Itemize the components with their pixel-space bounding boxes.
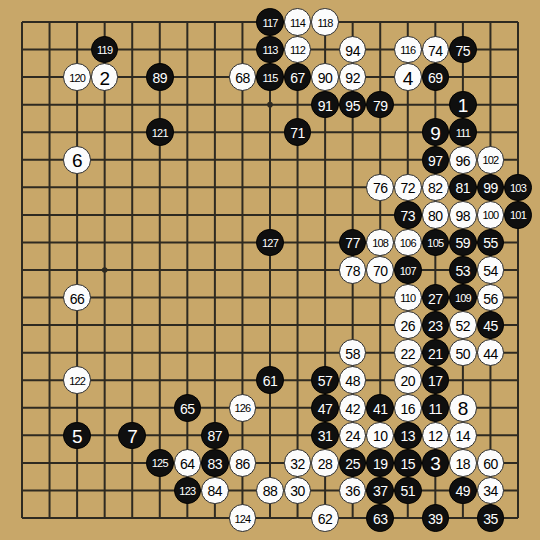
move-number: 102 — [482, 155, 498, 166]
stone-black-117: 117 — [256, 8, 284, 36]
move-number: 50 — [456, 346, 471, 360]
stone-black-15: 15 — [394, 449, 422, 477]
stone-black-9: 9 — [422, 118, 450, 146]
stone-black-41: 41 — [366, 394, 394, 422]
stone-white-20: 20 — [394, 366, 422, 394]
stone-black-49: 49 — [449, 477, 477, 505]
stone-white-102: 102 — [477, 146, 505, 174]
move-number: 98 — [456, 208, 471, 222]
move-number: 94 — [345, 43, 360, 57]
stone-black-103: 103 — [504, 174, 532, 202]
stone-white-50: 50 — [449, 339, 477, 367]
move-number: 47 — [318, 401, 333, 415]
move-number: 113 — [262, 45, 277, 56]
move-number: 100 — [482, 210, 498, 221]
move-number: 120 — [69, 72, 85, 83]
stone-white-116: 116 — [394, 36, 422, 64]
stone-black-111: 111 — [449, 118, 477, 146]
move-number: 58 — [345, 346, 360, 360]
stone-black-109: 109 — [449, 284, 477, 312]
move-number: 5 — [72, 426, 82, 445]
move-number: 118 — [318, 17, 333, 28]
go-board: 1234567891011121314151617181920212223242… — [0, 0, 540, 540]
stone-white-124: 124 — [229, 504, 257, 532]
stone-white-88: 88 — [256, 477, 284, 505]
move-number: 119 — [97, 45, 112, 56]
stone-white-82: 82 — [422, 174, 450, 202]
move-number: 81 — [456, 181, 471, 195]
stone-black-121: 121 — [146, 118, 174, 146]
move-number: 6 — [72, 151, 82, 170]
star-point — [267, 102, 273, 108]
stone-white-32: 32 — [284, 449, 312, 477]
stone-white-118: 118 — [311, 8, 339, 36]
stone-black-11: 11 — [422, 394, 450, 422]
stone-black-61: 61 — [256, 366, 284, 394]
stone-black-47: 47 — [311, 394, 339, 422]
stone-white-68: 68 — [229, 63, 257, 91]
stone-white-6: 6 — [63, 146, 91, 174]
move-number: 64 — [180, 456, 195, 470]
stone-black-39: 39 — [422, 504, 450, 532]
move-number: 15 — [400, 456, 415, 470]
move-number: 88 — [263, 484, 278, 498]
move-number: 24 — [345, 429, 360, 443]
stone-black-99: 99 — [477, 174, 505, 202]
stone-white-96: 96 — [449, 146, 477, 174]
move-number: 106 — [400, 237, 416, 248]
stone-black-71: 71 — [284, 118, 312, 146]
move-number: 25 — [345, 456, 360, 470]
move-number: 124 — [234, 513, 250, 524]
stone-white-8: 8 — [449, 394, 477, 422]
move-number: 73 — [400, 208, 415, 222]
stone-black-17: 17 — [422, 366, 450, 394]
move-number: 71 — [290, 126, 305, 140]
stone-white-22: 22 — [394, 339, 422, 367]
move-number: 36 — [345, 484, 360, 498]
stone-black-53: 53 — [449, 256, 477, 284]
stone-white-70: 70 — [366, 256, 394, 284]
move-number: 22 — [400, 346, 415, 360]
stone-black-97: 97 — [422, 146, 450, 174]
move-number: 69 — [428, 71, 443, 85]
move-number: 49 — [456, 484, 471, 498]
move-number: 110 — [400, 293, 415, 304]
stone-white-4: 4 — [394, 63, 422, 91]
stone-white-86: 86 — [229, 449, 257, 477]
move-number: 96 — [456, 153, 471, 167]
move-number: 26 — [400, 319, 415, 333]
stone-black-89: 89 — [146, 63, 174, 91]
stone-white-108: 108 — [366, 229, 394, 257]
move-number: 86 — [235, 456, 250, 470]
move-number: 7 — [127, 426, 137, 445]
move-number: 108 — [372, 237, 388, 248]
move-number: 44 — [483, 346, 498, 360]
move-number: 60 — [483, 456, 498, 470]
stone-white-84: 84 — [201, 477, 229, 505]
move-number: 126 — [234, 403, 250, 414]
move-number: 37 — [373, 484, 388, 498]
move-number: 19 — [373, 456, 388, 470]
stone-black-3: 3 — [422, 449, 450, 477]
stone-black-115: 115 — [256, 63, 284, 91]
move-number: 109 — [455, 293, 471, 304]
move-number: 70 — [373, 264, 388, 278]
stone-white-54: 54 — [477, 256, 505, 284]
move-number: 12 — [428, 429, 443, 443]
move-number: 87 — [208, 429, 223, 443]
move-number: 66 — [70, 291, 85, 305]
stone-black-127: 127 — [256, 229, 284, 257]
stone-black-5: 5 — [63, 422, 91, 450]
star-point — [102, 267, 108, 273]
move-number: 59 — [456, 236, 471, 250]
move-number: 18 — [456, 456, 471, 470]
move-number: 95 — [345, 98, 360, 112]
move-number: 55 — [483, 236, 498, 250]
stone-black-69: 69 — [422, 63, 450, 91]
stone-black-105: 105 — [422, 229, 450, 257]
move-number: 78 — [345, 264, 360, 278]
move-number: 8 — [458, 399, 468, 418]
move-number: 42 — [345, 401, 360, 415]
stone-white-106: 106 — [394, 229, 422, 257]
move-number: 34 — [483, 484, 498, 498]
move-number: 67 — [290, 71, 305, 85]
stone-black-45: 45 — [477, 311, 505, 339]
move-number: 11 — [429, 401, 443, 415]
move-number: 54 — [483, 264, 498, 278]
move-number: 3 — [430, 454, 440, 473]
move-number: 57 — [318, 374, 333, 388]
move-number: 105 — [427, 237, 443, 248]
move-number: 1 — [458, 96, 468, 115]
stone-white-14: 14 — [449, 422, 477, 450]
move-number: 101 — [510, 210, 526, 221]
move-number: 65 — [180, 401, 195, 415]
stone-white-76: 76 — [366, 174, 394, 202]
move-number: 31 — [318, 429, 333, 443]
move-number: 103 — [510, 182, 526, 193]
move-number: 52 — [456, 319, 471, 333]
stone-black-81: 81 — [449, 174, 477, 202]
stone-black-123: 123 — [174, 477, 202, 505]
move-number: 72 — [400, 181, 415, 195]
move-number: 39 — [428, 512, 443, 526]
stone-white-120: 120 — [63, 63, 91, 91]
move-number: 123 — [179, 485, 195, 496]
stone-white-12: 12 — [422, 422, 450, 450]
stone-black-25: 25 — [339, 449, 367, 477]
stone-black-37: 37 — [366, 477, 394, 505]
stone-black-87: 87 — [201, 422, 229, 450]
stone-black-73: 73 — [394, 201, 422, 229]
move-number: 82 — [428, 181, 443, 195]
move-number: 117 — [262, 17, 277, 28]
stone-black-13: 13 — [394, 422, 422, 450]
stone-white-28: 28 — [311, 449, 339, 477]
stone-white-42: 42 — [339, 394, 367, 422]
move-number: 107 — [400, 265, 416, 276]
move-number: 30 — [290, 484, 305, 498]
stone-black-67: 67 — [284, 63, 312, 91]
stone-white-64: 64 — [174, 449, 202, 477]
stone-black-113: 113 — [256, 36, 284, 64]
move-number: 21 — [428, 346, 443, 360]
move-number: 75 — [456, 43, 471, 57]
move-number: 62 — [318, 512, 333, 526]
stone-black-31: 31 — [311, 422, 339, 450]
stone-white-2: 2 — [91, 63, 119, 91]
move-number: 35 — [483, 512, 498, 526]
stone-black-51: 51 — [394, 477, 422, 505]
move-number: 97 — [428, 153, 443, 167]
move-number: 23 — [428, 319, 443, 333]
stone-white-92: 92 — [339, 63, 367, 91]
move-number: 13 — [400, 429, 415, 443]
stone-black-91: 91 — [311, 91, 339, 119]
stone-black-65: 65 — [174, 394, 202, 422]
stone-white-10: 10 — [366, 422, 394, 450]
move-number: 28 — [318, 456, 333, 470]
move-number: 20 — [400, 374, 415, 388]
move-number: 122 — [69, 375, 85, 386]
stone-white-78: 78 — [339, 256, 367, 284]
stone-white-16: 16 — [394, 394, 422, 422]
move-number: 16 — [400, 401, 415, 415]
move-number: 92 — [345, 71, 360, 85]
stone-black-7: 7 — [118, 422, 146, 450]
move-number: 115 — [262, 72, 277, 83]
stone-white-18: 18 — [449, 449, 477, 477]
move-number: 56 — [483, 291, 498, 305]
move-number: 77 — [345, 236, 360, 250]
stone-black-57: 57 — [311, 366, 339, 394]
stone-white-100: 100 — [477, 201, 505, 229]
stone-white-62: 62 — [311, 504, 339, 532]
stone-white-80: 80 — [422, 201, 450, 229]
move-number: 51 — [400, 484, 415, 498]
stone-black-59: 59 — [449, 229, 477, 257]
stone-white-90: 90 — [311, 63, 339, 91]
stone-white-126: 126 — [229, 394, 257, 422]
move-number: 111 — [456, 127, 470, 138]
stone-black-75: 75 — [449, 36, 477, 64]
move-number: 27 — [428, 291, 443, 305]
move-number: 114 — [290, 17, 305, 28]
stone-white-122: 122 — [63, 366, 91, 394]
move-number: 79 — [373, 98, 388, 112]
move-number: 90 — [318, 71, 333, 85]
move-number: 68 — [235, 71, 250, 85]
stone-black-83: 83 — [201, 449, 229, 477]
move-number: 14 — [456, 429, 471, 443]
move-number: 80 — [428, 208, 443, 222]
stone-black-63: 63 — [366, 504, 394, 532]
move-number: 127 — [262, 237, 278, 248]
move-number: 2 — [100, 68, 110, 87]
stone-white-72: 72 — [394, 174, 422, 202]
stone-black-19: 19 — [366, 449, 394, 477]
move-number: 17 — [428, 374, 443, 388]
move-number: 61 — [263, 374, 278, 388]
stone-white-26: 26 — [394, 311, 422, 339]
move-number: 112 — [290, 45, 305, 56]
stone-black-125: 125 — [146, 449, 174, 477]
stone-white-66: 66 — [63, 284, 91, 312]
move-number: 63 — [373, 512, 388, 526]
stone-black-107: 107 — [394, 256, 422, 284]
stone-black-35: 35 — [477, 504, 505, 532]
move-number: 9 — [430, 123, 440, 142]
stone-black-1: 1 — [449, 91, 477, 119]
stone-white-110: 110 — [394, 284, 422, 312]
move-number: 4 — [403, 68, 413, 87]
move-number: 10 — [373, 429, 388, 443]
move-number: 74 — [428, 43, 443, 57]
move-number: 121 — [152, 127, 168, 138]
move-number: 125 — [152, 458, 168, 469]
move-number: 99 — [483, 181, 498, 195]
stone-white-60: 60 — [477, 449, 505, 477]
move-number: 116 — [400, 45, 415, 56]
move-number: 84 — [208, 484, 223, 498]
move-number: 48 — [345, 374, 360, 388]
stone-white-52: 52 — [449, 311, 477, 339]
stone-black-101: 101 — [504, 201, 532, 229]
stone-white-98: 98 — [449, 201, 477, 229]
move-number: 89 — [152, 71, 167, 85]
move-number: 41 — [373, 401, 388, 415]
move-number: 45 — [483, 319, 498, 333]
stone-white-114: 114 — [284, 8, 312, 36]
stone-black-23: 23 — [422, 311, 450, 339]
move-number: 91 — [318, 98, 333, 112]
move-number: 83 — [208, 456, 223, 470]
move-number: 53 — [456, 264, 471, 278]
move-number: 76 — [373, 181, 388, 195]
move-number: 32 — [290, 456, 305, 470]
